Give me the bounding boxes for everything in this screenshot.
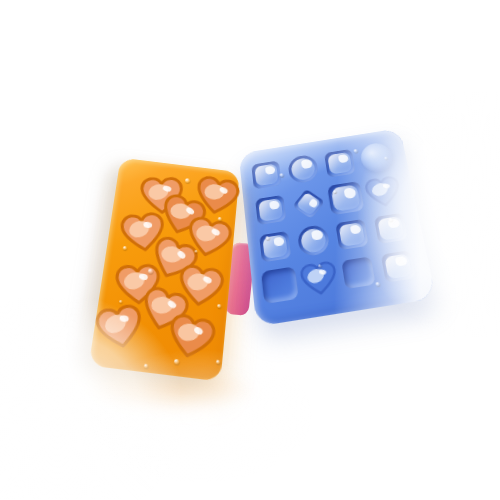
- heart-cavity-11: [163, 310, 219, 363]
- cavity-heart-r2c4: [363, 174, 404, 210]
- square-cavity: [327, 180, 364, 215]
- water-droplet: [216, 360, 221, 365]
- blue-tray-cavity-grid: [251, 141, 415, 304]
- water-droplet: [174, 359, 180, 365]
- cavity-square-r2c3: [329, 180, 362, 215]
- heart-cavity-layer: [121, 158, 240, 173]
- cavity-square-r2c1: [255, 192, 287, 227]
- ice-cube: [327, 152, 352, 175]
- heart-cavity-10: [93, 301, 147, 353]
- ice-cube: [339, 222, 365, 247]
- ice-cube: [331, 184, 361, 211]
- blue-ice-tray: [239, 128, 437, 326]
- cavity-square-r4c1: [263, 266, 297, 304]
- heart-cavity: [363, 174, 404, 210]
- ice-cube: [295, 192, 320, 216]
- square-cavity: [251, 160, 282, 189]
- cavity-diamond-r2c2: [289, 186, 328, 222]
- cavity-square-r3c1: [259, 228, 292, 264]
- square-cavity: [324, 148, 356, 177]
- square-cavity: [261, 266, 299, 304]
- dome-cavity: [359, 141, 395, 174]
- square-cavity: [380, 250, 415, 283]
- orange-ice-tray: [89, 158, 240, 382]
- cavity-circle-r1c2: [284, 152, 322, 186]
- circle-cavity: [287, 153, 319, 184]
- cavity-square-r4c3: [341, 253, 376, 291]
- ice-cube: [300, 227, 327, 254]
- cavity-dome-r1c4: [357, 140, 397, 174]
- square-cavity: [341, 256, 375, 289]
- square-cavity: [259, 230, 291, 262]
- cavity-square-r4c4: [376, 247, 419, 286]
- cavity-square-r3c4: [369, 209, 411, 246]
- square-cavity: [255, 194, 286, 224]
- ice-cube: [254, 163, 278, 186]
- square-cavity: [335, 218, 368, 249]
- ice-cube: [258, 198, 283, 222]
- cavity-square-r3c3: [335, 216, 369, 252]
- diamond-cavity: [292, 189, 324, 219]
- ice-cube: [290, 156, 316, 181]
- cavity-square-r1c1: [251, 158, 282, 191]
- circle-cavity: [297, 223, 331, 257]
- cavity-square-r1c3: [324, 146, 356, 179]
- product-photo-stage: [0, 0, 500, 500]
- water-droplet: [144, 364, 149, 369]
- cavity-circle-r3c2: [293, 222, 333, 259]
- water-droplet: [185, 178, 190, 183]
- ice-cube: [384, 253, 412, 279]
